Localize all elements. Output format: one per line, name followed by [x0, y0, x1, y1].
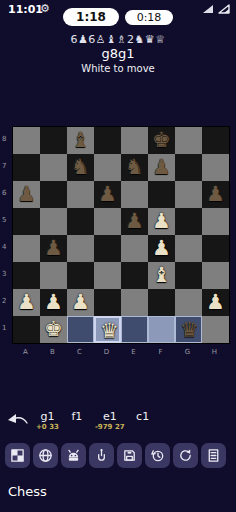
- replay-icon: [178, 448, 193, 463]
- file-label-H: H: [201, 346, 228, 358]
- save-icon: [122, 448, 137, 463]
- piece-black-pawn-d6[interactable]: ♟: [94, 181, 121, 208]
- hint-move-label[interactable]: e1: [103, 410, 117, 423]
- piece-white-pawn-a2[interactable]: ♟: [13, 289, 40, 316]
- square-g6[interactable]: [175, 181, 202, 208]
- file-label-B: B: [39, 346, 66, 358]
- square-c7[interactable]: ♞: [67, 154, 94, 181]
- rank-label-8: 8: [2, 126, 12, 153]
- clock-area: 1:18 0:18: [0, 8, 236, 26]
- square-g5[interactable]: [175, 208, 202, 235]
- square-h6[interactable]: ♟: [202, 181, 229, 208]
- square-e7[interactable]: ♞: [121, 154, 148, 181]
- rank-label-6: 6: [2, 180, 12, 207]
- piece-black-pawn-f7[interactable]: ♟: [148, 154, 175, 181]
- square-f7[interactable]: ♟: [148, 154, 175, 181]
- square-c2[interactable]: ♟: [67, 289, 94, 316]
- hint-move-label[interactable]: f1: [71, 410, 82, 423]
- square-e1[interactable]: [121, 316, 148, 343]
- square-h7[interactable]: [202, 154, 229, 181]
- online-button[interactable]: [33, 443, 58, 468]
- piece-white-pawn-h2[interactable]: ♟: [202, 289, 229, 316]
- square-d8[interactable]: [94, 127, 121, 154]
- square-d2[interactable]: [94, 289, 121, 316]
- square-h3[interactable]: [202, 262, 229, 289]
- square-e2[interactable]: [121, 289, 148, 316]
- analysis-row: g1 +0 33 f1 e1 -979 27 c1: [0, 410, 236, 440]
- rank-label-4: 4: [2, 234, 12, 261]
- square-d3[interactable]: [94, 262, 121, 289]
- black-clock[interactable]: 0:18: [125, 10, 173, 25]
- chess-board[interactable]: ♝♚♞♞♟♟♟♟♟♟♟♟♝♟♟♟♟♚♛♛: [12, 126, 230, 344]
- turn-indicator: White to move: [0, 63, 236, 74]
- piece-white-pawn-c2[interactable]: ♟: [67, 289, 94, 316]
- hand-icon: [94, 448, 109, 463]
- piece-white-pawn-b2[interactable]: ♟: [40, 289, 67, 316]
- hint-move-e1[interactable]: e1 -979 27: [95, 410, 125, 431]
- piece-black-pawn-a6[interactable]: ♟: [13, 181, 40, 208]
- square-g3[interactable]: [175, 262, 202, 289]
- square-e5[interactable]: ♟: [121, 208, 148, 235]
- captured-material: 6♟6♙♝♗2♞♛♕: [0, 33, 236, 46]
- board-view-button[interactable]: [5, 443, 30, 468]
- hint-move-label[interactable]: g1: [40, 410, 54, 423]
- hint-move-label[interactable]: c1: [136, 410, 149, 423]
- square-a7[interactable]: [13, 154, 40, 181]
- square-b1[interactable]: ♚: [40, 316, 67, 343]
- hint-move-f1[interactable]: f1: [68, 410, 86, 431]
- rank-labels: 87654321: [2, 126, 12, 342]
- piece-black-knight-c7[interactable]: ♞: [67, 154, 94, 181]
- piece-black-knight-e7[interactable]: ♞: [121, 154, 148, 181]
- file-label-G: G: [174, 346, 201, 358]
- square-f4[interactable]: ♟: [148, 235, 175, 262]
- square-g2[interactable]: [175, 289, 202, 316]
- history-button[interactable]: [145, 443, 170, 468]
- square-f2[interactable]: [148, 289, 175, 316]
- square-g8[interactable]: [175, 127, 202, 154]
- piece-white-bishop-f3[interactable]: ♝: [148, 262, 175, 289]
- square-b7[interactable]: [40, 154, 67, 181]
- square-a1[interactable]: [13, 316, 40, 343]
- square-h2[interactable]: ♟: [202, 289, 229, 316]
- square-b8[interactable]: [40, 127, 67, 154]
- file-label-C: C: [66, 346, 93, 358]
- square-b6[interactable]: [40, 181, 67, 208]
- android-icon: [66, 448, 81, 463]
- globe-icon: [38, 448, 53, 463]
- rank-label-5: 5: [2, 207, 12, 234]
- hint-move-eval: +0 33: [36, 423, 59, 431]
- square-c4[interactable]: [67, 235, 94, 262]
- square-f6[interactable]: [148, 181, 175, 208]
- replay-button[interactable]: [173, 443, 198, 468]
- square-g4[interactable]: [175, 235, 202, 262]
- piece-black-pawn-b4[interactable]: ♟: [40, 235, 67, 262]
- square-d6[interactable]: ♟: [94, 181, 121, 208]
- hint-move-g1[interactable]: g1 +0 33: [36, 410, 59, 431]
- piece-white-pawn-f4[interactable]: ♟: [148, 235, 175, 262]
- last-move-label: g8g1: [0, 46, 236, 61]
- square-a6[interactable]: ♟: [13, 181, 40, 208]
- square-b2[interactable]: ♟: [40, 289, 67, 316]
- file-label-F: F: [147, 346, 174, 358]
- toolbar: [5, 443, 231, 468]
- human-move-button[interactable]: [89, 443, 114, 468]
- square-f1[interactable]: [148, 316, 175, 343]
- square-f5[interactable]: ♟: [148, 208, 175, 235]
- computer-opponent-button[interactable]: [61, 443, 86, 468]
- rank-label-1: 1: [2, 315, 12, 342]
- save-button[interactable]: [117, 443, 142, 468]
- hint-move-c1[interactable]: c1: [134, 410, 152, 431]
- square-e4[interactable]: [121, 235, 148, 262]
- square-g7[interactable]: [175, 154, 202, 181]
- square-e6[interactable]: [121, 181, 148, 208]
- square-b5[interactable]: [40, 208, 67, 235]
- square-h1[interactable]: [202, 316, 229, 343]
- rank-label-2: 2: [2, 288, 12, 315]
- square-a8[interactable]: [13, 127, 40, 154]
- file-labels: ABCDEFGH: [12, 346, 228, 358]
- square-d1[interactable]: ♛: [94, 316, 121, 343]
- square-h4[interactable]: [202, 235, 229, 262]
- notes-icon: [206, 448, 221, 463]
- notation-button[interactable]: [201, 443, 226, 468]
- piece-white-queen-d1[interactable]: ♛: [96, 318, 123, 345]
- piece-black-bishop-c8[interactable]: ♝: [67, 127, 94, 154]
- square-e3[interactable]: [121, 262, 148, 289]
- square-c6[interactable]: [67, 181, 94, 208]
- square-c5[interactable]: [67, 208, 94, 235]
- square-f8[interactable]: ♚: [148, 127, 175, 154]
- square-f3[interactable]: ♝: [148, 262, 175, 289]
- file-label-E: E: [120, 346, 147, 358]
- piece-white-king-b1[interactable]: ♚: [40, 316, 67, 343]
- square-b4[interactable]: ♟: [40, 235, 67, 262]
- square-a3[interactable]: [13, 262, 40, 289]
- app-name-selector[interactable]: Chess: [8, 484, 47, 499]
- square-d4[interactable]: [94, 235, 121, 262]
- app-screen: 11:01 ⚙ 1:18 0:18 6♟6♙♝♗2♞♛♕ g8g1 White …: [0, 0, 236, 512]
- history-clock-icon: [150, 448, 165, 463]
- square-e8[interactable]: [121, 127, 148, 154]
- piece-white-pawn-f5[interactable]: ♟: [148, 208, 175, 235]
- white-clock[interactable]: 1:18: [63, 8, 119, 26]
- square-h8[interactable]: [202, 127, 229, 154]
- square-c8[interactable]: ♝: [67, 127, 94, 154]
- board-icon: [10, 448, 25, 463]
- rank-label-3: 3: [2, 261, 12, 288]
- square-d5[interactable]: [94, 208, 121, 235]
- piece-black-pawn-e5[interactable]: ♟: [121, 208, 148, 235]
- square-b3[interactable]: [40, 262, 67, 289]
- rank-label-7: 7: [2, 153, 12, 180]
- square-a5[interactable]: [13, 208, 40, 235]
- hint-move-eval: -979 27: [95, 423, 125, 431]
- square-d7[interactable]: [94, 154, 121, 181]
- undo-icon[interactable]: [7, 412, 31, 430]
- file-label-A: A: [12, 346, 39, 358]
- square-g1[interactable]: ♛: [175, 316, 202, 343]
- square-h5[interactable]: [202, 208, 229, 235]
- piece-black-queen-g1[interactable]: ♛: [176, 317, 203, 344]
- square-a2[interactable]: ♟: [13, 289, 40, 316]
- file-label-D: D: [93, 346, 120, 358]
- square-a4[interactable]: [13, 235, 40, 262]
- square-c3[interactable]: [67, 262, 94, 289]
- piece-black-king-f8[interactable]: ♚: [148, 127, 175, 154]
- piece-black-pawn-h6[interactable]: ♟: [202, 181, 229, 208]
- square-c1[interactable]: [67, 316, 94, 343]
